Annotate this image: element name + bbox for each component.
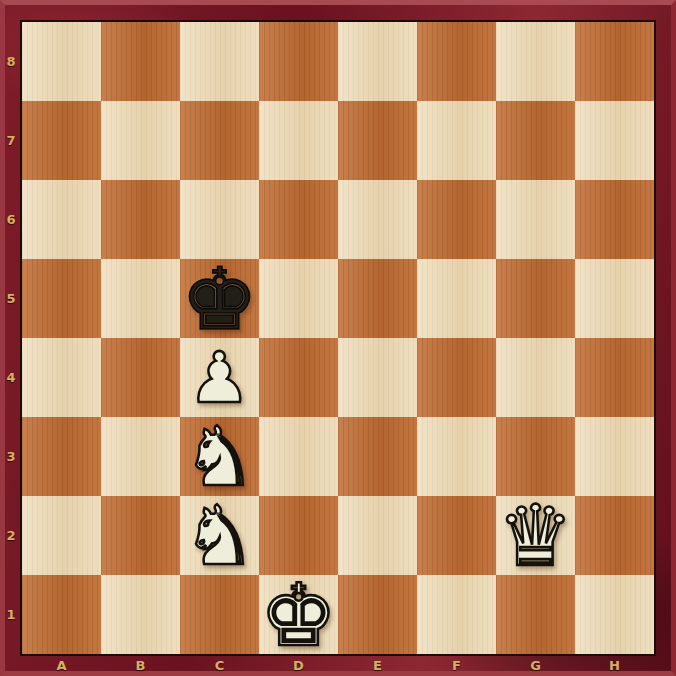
square-e6[interactable] (338, 180, 417, 259)
square-f2[interactable] (417, 496, 496, 575)
piece-white-knight-c3[interactable]: ♞ (183, 417, 257, 496)
square-f8[interactable] (417, 22, 496, 101)
square-g3[interactable] (496, 417, 575, 496)
file-label-g: G (496, 654, 575, 676)
rank-labels: 87654321 (0, 22, 22, 654)
square-d3[interactable] (259, 417, 338, 496)
file-label-e: E (338, 654, 417, 676)
rank-label-8: 8 (0, 22, 22, 101)
file-label-f: F (417, 654, 496, 676)
square-e8[interactable] (338, 22, 417, 101)
square-c2[interactable]: ♞ (180, 496, 259, 575)
square-a7[interactable] (22, 101, 101, 180)
square-h5[interactable] (575, 259, 654, 338)
square-c3[interactable]: ♞ (180, 417, 259, 496)
square-a4[interactable] (22, 338, 101, 417)
square-g1[interactable] (496, 575, 575, 654)
square-a1[interactable] (22, 575, 101, 654)
square-f5[interactable] (417, 259, 496, 338)
square-h3[interactable] (575, 417, 654, 496)
square-h4[interactable] (575, 338, 654, 417)
square-g7[interactable] (496, 101, 575, 180)
square-h7[interactable] (575, 101, 654, 180)
square-a5[interactable] (22, 259, 101, 338)
square-g4[interactable] (496, 338, 575, 417)
square-b4[interactable] (101, 338, 180, 417)
rank-label-5: 5 (0, 259, 22, 338)
square-f7[interactable] (417, 101, 496, 180)
square-a6[interactable] (22, 180, 101, 259)
file-label-d: D (259, 654, 338, 676)
rank-label-6: 6 (0, 180, 22, 259)
square-c8[interactable] (180, 22, 259, 101)
piece-white-pawn-c4[interactable]: ♟ (188, 343, 251, 413)
square-e5[interactable] (338, 259, 417, 338)
rank-label-2: 2 (0, 496, 22, 575)
square-c1[interactable] (180, 575, 259, 654)
board-frame: ♚♟♞♞♛♚ 87654321 ABCDEFGH (0, 0, 676, 676)
piece-white-king-d1[interactable]: ♚ (260, 575, 337, 654)
file-label-b: B (101, 654, 180, 676)
square-e1[interactable] (338, 575, 417, 654)
piece-white-knight-c2[interactable]: ♞ (183, 496, 257, 575)
square-d6[interactable] (259, 180, 338, 259)
square-d1[interactable]: ♚ (259, 575, 338, 654)
square-d5[interactable] (259, 259, 338, 338)
rank-label-1: 1 (0, 575, 22, 654)
square-d4[interactable] (259, 338, 338, 417)
square-h6[interactable] (575, 180, 654, 259)
square-b5[interactable] (101, 259, 180, 338)
square-d8[interactable] (259, 22, 338, 101)
file-label-c: C (180, 654, 259, 676)
square-e4[interactable] (338, 338, 417, 417)
square-b2[interactable] (101, 496, 180, 575)
square-f6[interactable] (417, 180, 496, 259)
chess-board: ♚♟♞♞♛♚ (22, 22, 654, 654)
square-g8[interactable] (496, 22, 575, 101)
square-a3[interactable] (22, 417, 101, 496)
rank-label-4: 4 (0, 338, 22, 417)
square-g5[interactable] (496, 259, 575, 338)
square-a2[interactable] (22, 496, 101, 575)
square-f3[interactable] (417, 417, 496, 496)
square-b1[interactable] (101, 575, 180, 654)
square-b3[interactable] (101, 417, 180, 496)
file-label-h: H (575, 654, 654, 676)
square-g6[interactable] (496, 180, 575, 259)
square-h1[interactable] (575, 575, 654, 654)
file-label-a: A (22, 654, 101, 676)
square-h2[interactable] (575, 496, 654, 575)
square-f1[interactable] (417, 575, 496, 654)
square-c4[interactable]: ♟ (180, 338, 259, 417)
square-d7[interactable] (259, 101, 338, 180)
file-labels: ABCDEFGH (22, 654, 654, 676)
square-c5[interactable]: ♚ (180, 259, 259, 338)
square-b8[interactable] (101, 22, 180, 101)
square-a8[interactable] (22, 22, 101, 101)
square-h8[interactable] (575, 22, 654, 101)
square-g2[interactable]: ♛ (496, 496, 575, 575)
square-d2[interactable] (259, 496, 338, 575)
square-b6[interactable] (101, 180, 180, 259)
square-e2[interactable] (338, 496, 417, 575)
piece-white-queen-g2[interactable]: ♛ (498, 496, 573, 575)
rank-label-3: 3 (0, 417, 22, 496)
square-c6[interactable] (180, 180, 259, 259)
square-e3[interactable] (338, 417, 417, 496)
rank-label-7: 7 (0, 101, 22, 180)
square-c7[interactable] (180, 101, 259, 180)
square-b7[interactable] (101, 101, 180, 180)
square-f4[interactable] (417, 338, 496, 417)
piece-black-king-c5[interactable]: ♚ (181, 259, 258, 338)
square-e7[interactable] (338, 101, 417, 180)
